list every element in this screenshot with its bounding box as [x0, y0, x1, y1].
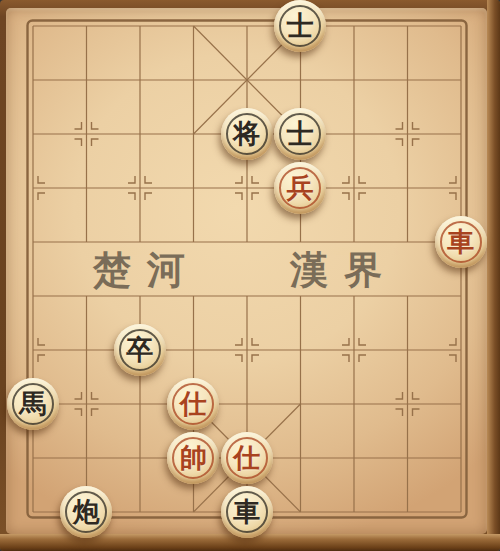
piece-red-advisor[interactable]: 仕 — [221, 432, 273, 484]
piece-label: 卒 — [126, 336, 153, 363]
piece-black-chariot[interactable]: 車 — [221, 486, 273, 538]
piece-label: 士 — [287, 120, 314, 147]
piece-label: 士 — [287, 12, 314, 39]
piece-red-soldier[interactable]: 兵 — [274, 162, 326, 214]
piece-label: 馬 — [19, 390, 46, 417]
piece-black-soldier[interactable]: 卒 — [114, 324, 166, 376]
piece-black-cannon[interactable]: 炮 — [60, 486, 112, 538]
piece-red-chariot[interactable]: 車 — [435, 216, 487, 268]
piece-label: 炮 — [73, 498, 100, 525]
piece-black-advisor[interactable]: 士 — [274, 108, 326, 160]
piece-label: 仕 — [180, 390, 207, 417]
piece-label: 車 — [447, 228, 474, 255]
piece-red-advisor[interactable]: 仕 — [167, 378, 219, 430]
pieces-layer: 士将士兵車卒馬仕帥仕炮車 — [6, 0, 488, 539]
piece-black-horse[interactable]: 馬 — [7, 378, 59, 430]
piece-label: 仕 — [233, 444, 260, 471]
xiangqi-app: 楚河 漢界 士将士兵車卒馬仕帥仕炮車 — [0, 0, 500, 551]
piece-label: 車 — [233, 498, 260, 525]
piece-label: 兵 — [287, 174, 314, 201]
piece-black-general[interactable]: 将 — [221, 108, 273, 160]
piece-red-general[interactable]: 帥 — [167, 432, 219, 484]
piece-label: 帥 — [180, 444, 207, 471]
piece-label: 将 — [233, 120, 260, 147]
piece-black-advisor[interactable]: 士 — [274, 0, 326, 52]
